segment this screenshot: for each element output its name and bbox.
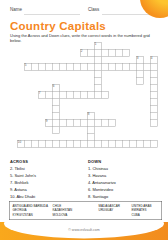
grid-cell-r1c15[interactable]	[122, 49, 130, 57]
name-blank-line[interactable]	[24, 14, 80, 15]
down-clue-list: 1. Chisinau3. Havana4. Antananarivo6. Mo…	[88, 165, 116, 200]
clue-item-7: 7. Bishkek	[10, 179, 36, 186]
grid-cell-r14c19[interactable]	[150, 140, 158, 148]
clue-item-1: 1. Chisinau	[88, 165, 116, 172]
clue-number-7: 7	[39, 91, 41, 94]
clue-item-6: 6. Montevideo	[88, 186, 116, 193]
word-bank-item: MOLDOVA	[53, 213, 97, 218]
word-bank: ANTIGUA AND BARBUDAGEORGIAKYRGYZSTANCHIL…	[9, 201, 162, 220]
clue-item-8: 8. Santiago	[88, 193, 116, 200]
copyright-text: © www.eslvault.com	[0, 228, 168, 232]
across-clues-section: ACROSS 2. Tbilisi5. Saint John's7. Bishk…	[10, 159, 36, 200]
word-bank-column-4: UNITED ARAB EMIRATESCUBA	[132, 204, 161, 218]
name-label: Name	[10, 7, 22, 12]
class-label: Class	[88, 7, 99, 12]
clue-number-10: 10	[18, 140, 21, 143]
grid-cell-r12c5[interactable]	[52, 126, 60, 134]
across-heading: ACROSS	[10, 159, 36, 164]
grid-cell-r11c19[interactable]	[150, 119, 158, 127]
clue-item-4: 4. Antananarivo	[88, 179, 116, 186]
word-bank-item: CUBA	[132, 213, 161, 218]
corner-decoration	[140, 0, 168, 18]
clue-number-9: 9	[46, 119, 48, 122]
clue-item-5: 5. Saint John's	[10, 172, 36, 179]
clue-number-5: 5	[25, 63, 27, 66]
clue-number-1: 1	[95, 42, 97, 45]
grid-cell-r11c13[interactable]	[108, 119, 116, 127]
word-bank-column-1: ANTIGUA AND BARBUDAGEORGIAKYRGYZSTAN	[13, 204, 52, 218]
grid-cell-r5c17[interactable]	[136, 77, 144, 85]
clue-item-9: 9. Astana	[10, 186, 36, 193]
clue-number-6: 6	[53, 84, 55, 87]
clue-number-8: 8	[88, 112, 90, 115]
word-bank-item: KYRGYZSTAN	[13, 213, 52, 218]
clue-number-4: 4	[151, 56, 153, 59]
down-clues-section: DOWN 1. Chisinau3. Havana4. Antananarivo…	[88, 159, 116, 200]
clue-item-3: 3. Havana	[88, 172, 116, 179]
clue-number-2: 2	[81, 49, 83, 52]
across-clue-list: 2. Tbilisi5. Saint John's7. Bishkek9. As…	[10, 165, 36, 200]
crossword-grid: 12345678910	[17, 42, 157, 147]
footer-wave: © www.eslvault.com	[0, 220, 168, 240]
worksheet-page: Name Class Country Capitals Using the Ac…	[0, 0, 168, 240]
grid-cell-r7c12[interactable]	[101, 91, 109, 99]
word-bank-item: URUGUAY	[99, 208, 130, 213]
worksheet-viewport: Name Class Country Capitals Using the Ac…	[0, 0, 168, 240]
clue-item-10: 10. Abu Dhabi	[10, 193, 36, 200]
word-bank-item: UNITED ARAB EMIRATES	[132, 204, 161, 213]
clue-number-3: 3	[137, 56, 139, 59]
down-heading: DOWN	[88, 159, 116, 164]
clue-item-2: 2. Tbilisi	[10, 165, 36, 172]
word-bank-column-3: MADAGASCARURUGUAY	[99, 204, 130, 213]
page-title: Country Capitals	[10, 19, 106, 33]
word-bank-column-2: CHILEKAZAKHSTANMOLDOVA	[53, 204, 97, 218]
